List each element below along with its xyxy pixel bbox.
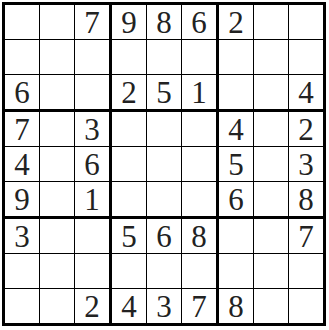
page: 79862625147342465391683568724378	[0, 0, 329, 330]
sudoku-cell-empty[interactable]	[75, 219, 112, 254]
sudoku-cell-given: 8	[219, 289, 254, 323]
sudoku-cell-empty[interactable]	[254, 40, 289, 75]
sudoku-cell-empty[interactable]	[40, 112, 75, 147]
sudoku-cell-given: 6	[75, 147, 112, 182]
sudoku-cell-given: 4	[289, 75, 323, 112]
sudoku-cell-empty[interactable]	[254, 289, 289, 323]
sudoku-cell-empty[interactable]	[40, 147, 75, 182]
sudoku-cell-given: 7	[5, 112, 40, 147]
sudoku-cell-empty[interactable]	[182, 254, 219, 289]
sudoku-cell-empty[interactable]	[147, 147, 182, 182]
sudoku-cell-empty[interactable]	[219, 254, 254, 289]
sudoku-cell-given: 7	[75, 5, 112, 40]
sudoku-cell-empty[interactable]	[40, 289, 75, 323]
sudoku-cell-given: 6	[182, 5, 219, 40]
sudoku-cell-empty[interactable]	[254, 147, 289, 182]
sudoku-cell-empty[interactable]	[147, 40, 182, 75]
sudoku-cell-empty[interactable]	[219, 219, 254, 254]
sudoku-cell-empty[interactable]	[254, 182, 289, 219]
sudoku-cell-empty[interactable]	[254, 5, 289, 40]
sudoku-cell-given: 2	[219, 5, 254, 40]
sudoku-cell-empty[interactable]	[254, 112, 289, 147]
sudoku-cell-empty[interactable]	[254, 219, 289, 254]
sudoku-cell-empty[interactable]	[40, 75, 75, 112]
sudoku-cell-empty[interactable]	[40, 219, 75, 254]
sudoku-cell-given: 5	[147, 75, 182, 112]
sudoku-cell-given: 4	[219, 112, 254, 147]
sudoku-cell-empty[interactable]	[147, 182, 182, 219]
sudoku-cell-given: 2	[289, 112, 323, 147]
sudoku-cell-given: 3	[5, 219, 40, 254]
sudoku-cell-empty[interactable]	[254, 254, 289, 289]
sudoku-cell-given: 3	[147, 289, 182, 323]
sudoku-cell-given: 8	[147, 5, 182, 40]
sudoku-cell-empty[interactable]	[289, 289, 323, 323]
sudoku-cell-given: 6	[219, 182, 254, 219]
sudoku-cell-empty[interactable]	[75, 40, 112, 75]
sudoku-cell-given: 2	[112, 75, 147, 112]
sudoku-cell-given: 5	[219, 147, 254, 182]
sudoku-cell-empty[interactable]	[289, 40, 323, 75]
sudoku-cell-empty[interactable]	[112, 112, 147, 147]
sudoku-cell-given: 5	[112, 219, 147, 254]
sudoku-cell-empty[interactable]	[5, 5, 40, 40]
sudoku-cell-given: 3	[289, 147, 323, 182]
sudoku-cell-empty[interactable]	[182, 182, 219, 219]
sudoku-board: 79862625147342465391683568724378	[2, 2, 326, 326]
sudoku-cell-empty[interactable]	[5, 254, 40, 289]
sudoku-cell-given: 9	[112, 5, 147, 40]
sudoku-cell-empty[interactable]	[289, 5, 323, 40]
sudoku-cell-empty[interactable]	[254, 75, 289, 112]
sudoku-cell-empty[interactable]	[182, 112, 219, 147]
sudoku-cell-given: 6	[147, 219, 182, 254]
sudoku-cell-given: 7	[289, 219, 323, 254]
sudoku-cell-given: 1	[75, 182, 112, 219]
sudoku-cell-given: 1	[182, 75, 219, 112]
sudoku-cell-given: 4	[5, 147, 40, 182]
sudoku-cell-given: 3	[75, 112, 112, 147]
sudoku-cell-empty[interactable]	[219, 75, 254, 112]
sudoku-cell-given: 4	[112, 289, 147, 323]
sudoku-cell-given: 7	[182, 289, 219, 323]
sudoku-cell-empty[interactable]	[75, 254, 112, 289]
sudoku-cell-empty[interactable]	[147, 254, 182, 289]
sudoku-cell-empty[interactable]	[182, 40, 219, 75]
sudoku-cell-empty[interactable]	[112, 147, 147, 182]
sudoku-cell-empty[interactable]	[40, 40, 75, 75]
sudoku-cell-empty[interactable]	[112, 182, 147, 219]
sudoku-cell-given: 8	[182, 219, 219, 254]
sudoku-cell-empty[interactable]	[75, 75, 112, 112]
sudoku-cell-given: 9	[5, 182, 40, 219]
sudoku-cell-given: 2	[75, 289, 112, 323]
sudoku-cell-given: 6	[5, 75, 40, 112]
sudoku-cell-empty[interactable]	[112, 40, 147, 75]
sudoku-cell-empty[interactable]	[5, 289, 40, 323]
sudoku-cell-empty[interactable]	[289, 254, 323, 289]
sudoku-cell-empty[interactable]	[112, 254, 147, 289]
sudoku-cell-empty[interactable]	[182, 147, 219, 182]
sudoku-cell-empty[interactable]	[5, 40, 40, 75]
sudoku-cell-empty[interactable]	[40, 254, 75, 289]
sudoku-cell-empty[interactable]	[219, 40, 254, 75]
sudoku-cell-empty[interactable]	[147, 112, 182, 147]
sudoku-cell-empty[interactable]	[40, 5, 75, 40]
sudoku-cell-empty[interactable]	[40, 182, 75, 219]
sudoku-cell-given: 8	[289, 182, 323, 219]
